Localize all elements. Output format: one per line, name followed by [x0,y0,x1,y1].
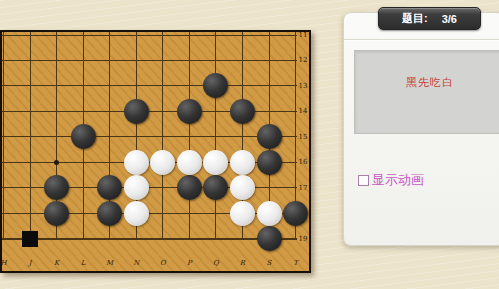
row-label-19: 19 [297,234,309,244]
problem-instruction-box: 黑先吃白 [354,50,499,134]
col-label-M: M [101,258,119,268]
black-stone-K18 [44,201,69,226]
col-label-S: S [260,258,278,268]
black-stone-N14 [124,99,149,124]
col-label-R: R [233,258,251,268]
show-animation-checkbox[interactable] [358,175,369,186]
problem-instruction: 黑先吃白 [406,76,454,88]
marker-square-J19 [22,231,38,247]
col-label-Q: Q [207,258,225,268]
white-stone-S18 [257,201,282,226]
black-stone-Q17 [203,175,228,200]
row-label-14: 14 [297,106,309,116]
col-label-K: K [48,258,66,268]
white-stone-N18 [124,201,149,226]
col-label-T: T [287,258,305,268]
white-stone-R16 [230,150,255,175]
white-stone-P16 [177,150,202,175]
show-animation-label[interactable]: 显示动画 [372,173,424,187]
grid-line-row-12 [2,60,297,61]
row-label-12: 12 [297,55,309,65]
white-stone-N17 [124,175,149,200]
white-stone-R17 [230,175,255,200]
row-label-16: 16 [297,157,309,167]
black-stone-Q13 [203,73,228,98]
side-panel: 黑先吃白 显示动画 [343,12,499,246]
problem-counter-badge: 题目: 3/6 [378,7,481,30]
grid-line-row-11 [2,35,297,36]
problem-counter-value: 3/6 [442,13,457,25]
row-label-17: 17 [297,183,309,193]
row-label-13: 13 [297,81,309,91]
black-stone-L15 [71,124,96,149]
problem-counter-label: 题目: [402,11,428,26]
app: HJKLMNOPQRST111213141516171819 黑先吃白 显示动画… [0,0,499,289]
col-label-H: H [0,258,13,268]
black-stone-K17 [44,175,69,200]
black-stone-R14 [230,99,255,124]
star-point-K16 [54,160,59,165]
black-stone-S15 [257,124,282,149]
black-stone-M18 [97,201,122,226]
show-animation-row: 显示动画 [358,173,424,187]
white-stone-R18 [230,201,255,226]
col-label-P: P [180,258,198,268]
black-stone-S19 [257,226,282,251]
grid-line-row-19 [2,238,297,240]
black-stone-S16 [257,150,282,175]
black-stone-P17 [177,175,202,200]
grid-line-row-13 [2,85,297,86]
col-label-J: J [21,258,39,268]
col-label-N: N [127,258,145,268]
col-label-O: O [154,258,172,268]
panel-separator [344,39,499,41]
black-stone-T18 [283,201,308,226]
grid-line-row-15 [2,136,297,137]
white-stone-N16 [124,150,149,175]
row-label-15: 15 [297,132,309,142]
col-label-L: L [74,258,92,268]
white-stone-O16 [150,150,175,175]
row-label-11: 11 [297,30,309,40]
black-stone-M17 [97,175,122,200]
go-board[interactable]: HJKLMNOPQRST111213141516171819 [0,30,311,273]
black-stone-P14 [177,99,202,124]
white-stone-Q16 [203,150,228,175]
